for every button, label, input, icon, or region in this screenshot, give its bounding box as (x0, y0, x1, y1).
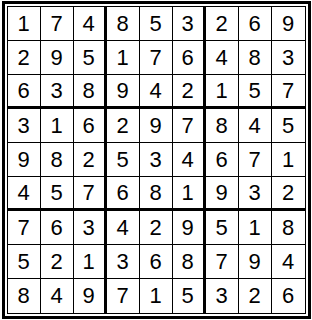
cell-r1c4[interactable]: 8 (107, 7, 140, 41)
cell-r8c1[interactable]: 5 (8, 245, 41, 279)
cell-r3c8[interactable]: 5 (239, 75, 272, 109)
cell-r6c4[interactable]: 6 (107, 177, 140, 211)
cell-r9c1[interactable]: 8 (8, 279, 41, 313)
cell-r4c5[interactable]: 9 (140, 109, 173, 143)
sudoku-grid: 1748532692951764836389421573162978459825… (7, 6, 306, 314)
cell-r6c6[interactable]: 1 (173, 177, 206, 211)
cell-r3c9[interactable]: 7 (272, 75, 305, 109)
cell-r8c9[interactable]: 4 (272, 245, 305, 279)
cell-r8c7[interactable]: 7 (206, 245, 239, 279)
sudoku-board: 1748532692951764836389421573162978459825… (2, 1, 311, 319)
cell-r9c3[interactable]: 9 (74, 279, 107, 313)
cell-r7c5[interactable]: 2 (140, 211, 173, 245)
cell-r3c4[interactable]: 9 (107, 75, 140, 109)
cell-r5c8[interactable]: 7 (239, 143, 272, 177)
cell-r6c1[interactable]: 4 (8, 177, 41, 211)
cell-r3c1[interactable]: 6 (8, 75, 41, 109)
sudoku-page: 1748532692951764836389421573162978459825… (0, 0, 312, 320)
cell-r1c9[interactable]: 9 (272, 7, 305, 41)
cell-r6c9[interactable]: 2 (272, 177, 305, 211)
cell-r5c4[interactable]: 5 (107, 143, 140, 177)
cell-r8c4[interactable]: 3 (107, 245, 140, 279)
cell-r6c2[interactable]: 5 (41, 177, 74, 211)
cell-r5c5[interactable]: 3 (140, 143, 173, 177)
cell-r2c7[interactable]: 4 (206, 41, 239, 75)
cell-r9c8[interactable]: 2 (239, 279, 272, 313)
cell-r8c8[interactable]: 9 (239, 245, 272, 279)
cell-r3c3[interactable]: 8 (74, 75, 107, 109)
cell-r7c4[interactable]: 4 (107, 211, 140, 245)
cell-r2c6[interactable]: 6 (173, 41, 206, 75)
cell-r1c1[interactable]: 1 (8, 7, 41, 41)
cell-r2c4[interactable]: 1 (107, 41, 140, 75)
cell-r3c2[interactable]: 3 (41, 75, 74, 109)
cell-r1c8[interactable]: 6 (239, 7, 272, 41)
cell-r2c3[interactable]: 5 (74, 41, 107, 75)
cell-r7c8[interactable]: 1 (239, 211, 272, 245)
cell-r6c5[interactable]: 8 (140, 177, 173, 211)
cell-r1c3[interactable]: 4 (74, 7, 107, 41)
cell-r4c9[interactable]: 5 (272, 109, 305, 143)
cell-r2c9[interactable]: 3 (272, 41, 305, 75)
cell-r6c8[interactable]: 3 (239, 177, 272, 211)
cell-r9c5[interactable]: 1 (140, 279, 173, 313)
cell-r7c1[interactable]: 7 (8, 211, 41, 245)
cell-r1c7[interactable]: 2 (206, 7, 239, 41)
cell-r7c2[interactable]: 6 (41, 211, 74, 245)
cell-r7c3[interactable]: 3 (74, 211, 107, 245)
cell-r6c3[interactable]: 7 (74, 177, 107, 211)
cell-r1c6[interactable]: 3 (173, 7, 206, 41)
cell-r5c9[interactable]: 1 (272, 143, 305, 177)
cell-r2c8[interactable]: 8 (239, 41, 272, 75)
cell-r3c7[interactable]: 1 (206, 75, 239, 109)
cell-r5c7[interactable]: 6 (206, 143, 239, 177)
cell-r9c9[interactable]: 6 (272, 279, 305, 313)
cell-r3c5[interactable]: 4 (140, 75, 173, 109)
cell-r5c2[interactable]: 8 (41, 143, 74, 177)
cell-r4c8[interactable]: 4 (239, 109, 272, 143)
cell-r7c7[interactable]: 5 (206, 211, 239, 245)
cell-r2c2[interactable]: 9 (41, 41, 74, 75)
cell-r5c1[interactable]: 9 (8, 143, 41, 177)
cell-r9c6[interactable]: 5 (173, 279, 206, 313)
cell-r9c7[interactable]: 3 (206, 279, 239, 313)
cell-r8c3[interactable]: 1 (74, 245, 107, 279)
cell-r9c4[interactable]: 7 (107, 279, 140, 313)
cell-r4c3[interactable]: 6 (74, 109, 107, 143)
cell-r8c6[interactable]: 8 (173, 245, 206, 279)
cell-r4c6[interactable]: 7 (173, 109, 206, 143)
cell-r1c5[interactable]: 5 (140, 7, 173, 41)
cell-r4c7[interactable]: 8 (206, 109, 239, 143)
cell-r4c4[interactable]: 2 (107, 109, 140, 143)
cell-r1c2[interactable]: 7 (41, 7, 74, 41)
cell-r5c6[interactable]: 4 (173, 143, 206, 177)
cell-r2c5[interactable]: 7 (140, 41, 173, 75)
cell-r3c6[interactable]: 2 (173, 75, 206, 109)
cell-r2c1[interactable]: 2 (8, 41, 41, 75)
cell-r5c3[interactable]: 2 (74, 143, 107, 177)
cell-r9c2[interactable]: 4 (41, 279, 74, 313)
cell-r7c6[interactable]: 9 (173, 211, 206, 245)
cell-r4c1[interactable]: 3 (8, 109, 41, 143)
cell-r8c5[interactable]: 6 (140, 245, 173, 279)
cell-r8c2[interactable]: 2 (41, 245, 74, 279)
cell-r6c7[interactable]: 9 (206, 177, 239, 211)
cell-r7c9[interactable]: 8 (272, 211, 305, 245)
cell-r4c2[interactable]: 1 (41, 109, 74, 143)
